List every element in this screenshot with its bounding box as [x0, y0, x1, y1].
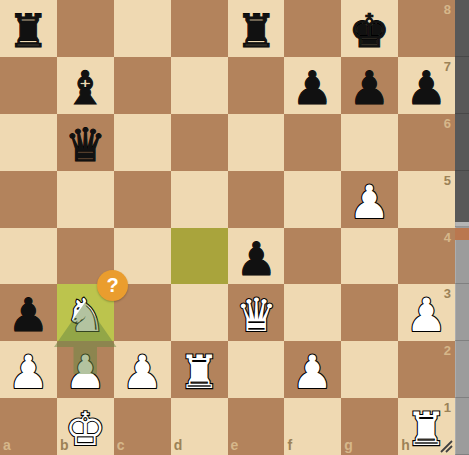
square-a5[interactable]: [0, 171, 57, 228]
square-c2[interactable]: ♟: [114, 341, 171, 398]
square-b8[interactable]: [57, 0, 114, 57]
square-f6[interactable]: [284, 114, 341, 171]
square-f4[interactable]: [284, 228, 341, 285]
square-e6[interactable]: [228, 114, 285, 171]
square-d1[interactable]: d: [171, 398, 228, 455]
square-f2[interactable]: ♟: [284, 341, 341, 398]
piece-bP-f7[interactable]: ♟: [284, 57, 341, 114]
svg-text:♝: ♝: [65, 61, 106, 114]
piece-bK-g8[interactable]: ♚: [341, 0, 398, 57]
svg-text:♟: ♟: [406, 288, 447, 341]
piece-bP-g7[interactable]: ♟: [341, 57, 398, 114]
piece-bP-a3[interactable]: ♟: [0, 284, 57, 341]
svg-text:♜: ♜: [235, 4, 276, 57]
square-e7[interactable]: [228, 57, 285, 114]
square-g1[interactable]: g: [341, 398, 398, 455]
page-scrollbar[interactable]: [455, 0, 469, 455]
square-h5[interactable]: 5: [398, 171, 455, 228]
square-b7[interactable]: ♝: [57, 57, 114, 114]
svg-text:♟: ♟: [292, 61, 333, 114]
square-a8[interactable]: ♜: [0, 0, 57, 57]
svg-text:♛: ♛: [65, 118, 106, 171]
svg-text:♚: ♚: [65, 402, 106, 455]
square-h8[interactable]: 8: [398, 0, 455, 57]
square-f1[interactable]: f: [284, 398, 341, 455]
square-d8[interactable]: [171, 0, 228, 57]
square-b6[interactable]: ♛: [57, 114, 114, 171]
piece-wQ-e3[interactable]: ♛: [228, 284, 285, 341]
square-c5[interactable]: [114, 171, 171, 228]
square-e2[interactable]: [228, 341, 285, 398]
square-a3[interactable]: ♟: [0, 284, 57, 341]
piece-bQ-b6[interactable]: ♛: [57, 114, 114, 171]
svg-text:♟: ♟: [349, 175, 390, 228]
square-h7[interactable]: ♟7: [398, 57, 455, 114]
piece-wP-c2[interactable]: ♟: [114, 341, 171, 398]
square-g6[interactable]: [341, 114, 398, 171]
square-d5[interactable]: [171, 171, 228, 228]
square-h3[interactable]: ♟3: [398, 284, 455, 341]
svg-text:♟: ♟: [235, 231, 276, 284]
square-d4[interactable]: [171, 228, 228, 285]
svg-text:♟: ♟: [122, 345, 163, 398]
square-e8[interactable]: ♜: [228, 0, 285, 57]
svg-text:♜: ♜: [8, 4, 49, 57]
square-e3[interactable]: ♛: [228, 284, 285, 341]
piece-wK-b1[interactable]: ♚: [57, 398, 114, 455]
square-f8[interactable]: [284, 0, 341, 57]
coord-file-a: a: [3, 438, 11, 452]
square-g3[interactable]: [341, 284, 398, 341]
square-g7[interactable]: ♟: [341, 57, 398, 114]
piece-wP-b2[interactable]: ♟: [57, 341, 114, 398]
piece-bP-e4[interactable]: ♟: [228, 228, 285, 285]
square-f7[interactable]: ♟: [284, 57, 341, 114]
square-c1[interactable]: c: [114, 398, 171, 455]
square-g5[interactable]: ♟: [341, 171, 398, 228]
square-d2[interactable]: ♜: [171, 341, 228, 398]
piece-wP-f2[interactable]: ♟: [284, 341, 341, 398]
board-resize-handle[interactable]: [438, 438, 454, 454]
square-h4[interactable]: 4: [398, 228, 455, 285]
square-a7[interactable]: [0, 57, 57, 114]
square-a6[interactable]: [0, 114, 57, 171]
square-a1[interactable]: a: [0, 398, 57, 455]
piece-wP-h3[interactable]: ♟: [398, 284, 455, 341]
square-e4[interactable]: ♟: [228, 228, 285, 285]
piece-wP-a2[interactable]: ♟: [0, 341, 57, 398]
square-d7[interactable]: [171, 57, 228, 114]
square-h6[interactable]: 6: [398, 114, 455, 171]
coord-file-c: c: [117, 438, 125, 452]
piece-wP-g5[interactable]: ♟: [341, 171, 398, 228]
square-b5[interactable]: [57, 171, 114, 228]
chess-board: ♜♜♚8♝♟♟♟7♛6♟5♟4♟♞♛♟3♟♟♟♜♟2a♚bcdefg♜h1: [0, 0, 455, 455]
coord-file-e: e: [231, 438, 239, 452]
square-c6[interactable]: [114, 114, 171, 171]
square-d6[interactable]: [171, 114, 228, 171]
square-b1[interactable]: ♚b: [57, 398, 114, 455]
svg-text:♟: ♟: [8, 345, 49, 398]
piece-wR-d2[interactable]: ♜: [171, 341, 228, 398]
mistake-badge-icon: ?: [97, 270, 128, 301]
coord-file-g: g: [344, 438, 353, 452]
svg-text:♟: ♟: [65, 345, 106, 398]
piece-bR-e8[interactable]: ♜: [228, 0, 285, 57]
svg-text:♞: ♞: [65, 288, 106, 341]
svg-text:♟: ♟: [406, 61, 447, 114]
coord-rank-5: 5: [444, 174, 451, 187]
svg-text:♚: ♚: [349, 4, 390, 57]
svg-text:♜: ♜: [178, 345, 219, 398]
square-a2[interactable]: ♟: [0, 341, 57, 398]
coord-rank-4: 4: [444, 231, 451, 244]
square-f3[interactable]: [284, 284, 341, 341]
piece-bB-b7[interactable]: ♝: [57, 57, 114, 114]
square-e1[interactable]: e: [228, 398, 285, 455]
square-c8[interactable]: [114, 0, 171, 57]
chess-app-view: ♜♜♚8♝♟♟♟7♛6♟5♟4♟♞♛♟3♟♟♟♜♟2a♚bcdefg♜h1 ?: [0, 0, 469, 455]
scrollbar-thumb[interactable]: [455, 222, 469, 455]
coord-file-d: d: [174, 438, 183, 452]
coord-file-f: f: [287, 438, 292, 452]
coord-rank-6: 6: [444, 117, 451, 130]
square-a4[interactable]: [0, 228, 57, 285]
svg-text:♟: ♟: [8, 288, 49, 341]
piece-bP-h7[interactable]: ♟: [398, 57, 455, 114]
square-g2[interactable]: [341, 341, 398, 398]
square-g8[interactable]: ♚: [341, 0, 398, 57]
square-g4[interactable]: [341, 228, 398, 285]
square-c7[interactable]: [114, 57, 171, 114]
piece-bR-a8[interactable]: ♜: [0, 0, 57, 57]
svg-text:♟: ♟: [349, 61, 390, 114]
svg-text:♟: ♟: [292, 345, 333, 398]
square-f5[interactable]: [284, 171, 341, 228]
coord-rank-8: 8: [444, 3, 451, 16]
square-h2[interactable]: 2: [398, 341, 455, 398]
coord-rank-2: 2: [444, 344, 451, 357]
square-d3[interactable]: [171, 284, 228, 341]
square-e5[interactable]: [228, 171, 285, 228]
square-b2[interactable]: ♟: [57, 341, 114, 398]
scrollbar-thumb-edge: [456, 222, 469, 227]
svg-text:♛: ♛: [235, 288, 276, 341]
scrollbar-annotation-marker: [455, 228, 469, 240]
